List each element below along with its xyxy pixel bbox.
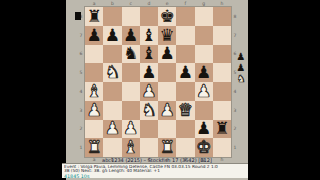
white-knight-b5: ♞ bbox=[105, 64, 120, 81]
square-h5[interactable] bbox=[213, 63, 231, 82]
square-a6[interactable] bbox=[85, 45, 103, 64]
rank-label-2: 2 bbox=[78, 120, 84, 139]
rank-label-7: 7 bbox=[232, 26, 238, 45]
file-label-h: h bbox=[213, 1, 231, 6]
square-d7[interactable]: ♝ bbox=[140, 26, 158, 45]
square-c7[interactable]: ♟ bbox=[122, 26, 140, 45]
white-queen-f3: ♛ bbox=[178, 101, 193, 118]
black-bishop-d7: ♝ bbox=[141, 26, 156, 43]
captured-pieces-tray: ♟♟♞ bbox=[235, 51, 247, 84]
file-label-d: d bbox=[140, 1, 158, 6]
square-d5[interactable]: ♟ bbox=[140, 63, 158, 82]
square-d6[interactable]: ♝ bbox=[140, 45, 158, 64]
captured-black-pawn-icon: ♟ bbox=[237, 51, 246, 62]
square-e8[interactable]: ♚ bbox=[158, 7, 176, 26]
square-e7[interactable]: ♛ bbox=[158, 26, 176, 45]
rank-labels-left: 87654321 bbox=[78, 7, 84, 157]
square-d2[interactable] bbox=[140, 120, 158, 139]
file-label-g: g bbox=[195, 1, 213, 6]
chess-board: ♜♚♟♟♟♝♛♞♝♟♞♟♟♟♝♟♟♟♞♟♛♟♟♟♜♜♝♜♚ bbox=[85, 7, 231, 157]
square-b6[interactable] bbox=[103, 45, 121, 64]
captured-black-pawn-icon: ♟ bbox=[237, 62, 246, 73]
rank-label-4: 4 bbox=[232, 82, 238, 101]
white-pawn-c2: ♟ bbox=[123, 120, 138, 137]
rank-label-3: 3 bbox=[78, 101, 84, 120]
rank-label-3: 3 bbox=[232, 101, 238, 120]
black-knight-c6: ♞ bbox=[123, 45, 138, 62]
square-c6[interactable]: ♞ bbox=[122, 45, 140, 64]
square-f1[interactable] bbox=[176, 138, 194, 157]
black-queen-e7: ♛ bbox=[160, 26, 175, 43]
rank-label-7: 7 bbox=[78, 26, 84, 45]
square-b5[interactable]: ♞ bbox=[103, 63, 121, 82]
square-a4[interactable]: ♝ bbox=[85, 82, 103, 101]
square-b7[interactable]: ♟ bbox=[103, 26, 121, 45]
square-b4[interactable] bbox=[103, 82, 121, 101]
white-rook-e1: ♜ bbox=[160, 139, 175, 156]
square-f7[interactable] bbox=[176, 26, 194, 45]
square-b2[interactable]: ♟ bbox=[103, 120, 121, 139]
black-pawn-g5: ♟ bbox=[196, 64, 211, 81]
square-g3[interactable] bbox=[195, 101, 213, 120]
square-a8[interactable]: ♜ bbox=[85, 7, 103, 26]
square-c2[interactable]: ♟ bbox=[122, 120, 140, 139]
game-info-box: Event : Volga Pavia, Lemming Defense, Ca… bbox=[62, 163, 248, 178]
file-label-c: c bbox=[122, 1, 140, 6]
file-label-f: f bbox=[176, 1, 194, 6]
black-pawn-g2: ♟ bbox=[196, 120, 211, 137]
square-c4[interactable] bbox=[122, 82, 140, 101]
white-rook-a1: ♜ bbox=[87, 139, 102, 156]
white-pawn-a3: ♟ bbox=[87, 101, 102, 118]
square-b8[interactable] bbox=[103, 7, 121, 26]
square-d1[interactable] bbox=[140, 138, 158, 157]
file-label-e: e bbox=[158, 1, 176, 6]
square-f4[interactable] bbox=[176, 82, 194, 101]
black-rook-h2: ♜ bbox=[214, 120, 229, 137]
white-pawn-g4: ♟ bbox=[196, 82, 211, 99]
video-frame: { "game": "chess", "position": { "fen": … bbox=[0, 0, 320, 180]
black-rook-a8: ♜ bbox=[87, 7, 102, 24]
square-g2[interactable]: ♟ bbox=[195, 120, 213, 139]
square-h1[interactable] bbox=[213, 138, 231, 157]
square-g1[interactable]: ♚ bbox=[195, 138, 213, 157]
square-e5[interactable] bbox=[158, 63, 176, 82]
square-e4[interactable] bbox=[158, 82, 176, 101]
square-h8[interactable] bbox=[213, 7, 231, 26]
black-pawn-c7: ♟ bbox=[123, 26, 138, 43]
white-knight-d3: ♞ bbox=[141, 101, 156, 118]
square-g5[interactable]: ♟ bbox=[195, 63, 213, 82]
square-a3[interactable]: ♟ bbox=[85, 101, 103, 120]
rank-label-1: 1 bbox=[232, 138, 238, 157]
square-g4[interactable]: ♟ bbox=[195, 82, 213, 101]
black-bishop-d6: ♝ bbox=[141, 45, 156, 62]
square-h4[interactable] bbox=[213, 82, 231, 101]
white-pawn-d4: ♟ bbox=[141, 82, 156, 99]
rank-label-8: 8 bbox=[232, 7, 238, 26]
captured-white-knight-icon: ♞ bbox=[237, 73, 246, 84]
square-f3[interactable]: ♛ bbox=[176, 101, 194, 120]
square-c8[interactable] bbox=[122, 7, 140, 26]
black-pawn-a7: ♟ bbox=[87, 26, 102, 43]
square-f8[interactable] bbox=[176, 7, 194, 26]
square-e6[interactable]: ♟ bbox=[158, 45, 176, 64]
rank-label-1: 1 bbox=[78, 138, 84, 157]
square-a1[interactable]: ♜ bbox=[85, 138, 103, 157]
white-king-g1: ♚ bbox=[196, 139, 211, 156]
square-a7[interactable]: ♟ bbox=[85, 26, 103, 45]
square-f5[interactable]: ♟ bbox=[176, 63, 194, 82]
square-e2[interactable] bbox=[158, 120, 176, 139]
square-e3[interactable]: ♟ bbox=[158, 101, 176, 120]
white-bishop-c1: ♝ bbox=[123, 139, 138, 156]
square-c5[interactable] bbox=[122, 63, 140, 82]
white-bishop-a4: ♝ bbox=[87, 82, 102, 99]
square-h2[interactable]: ♜ bbox=[213, 120, 231, 139]
white-pawn-e3: ♟ bbox=[160, 101, 175, 118]
square-g8[interactable] bbox=[195, 7, 213, 26]
square-g7[interactable] bbox=[195, 26, 213, 45]
black-pawn-f5: ♟ bbox=[178, 64, 193, 81]
rank-label-2: 2 bbox=[232, 120, 238, 139]
square-b3[interactable] bbox=[103, 101, 121, 120]
square-e1[interactable]: ♜ bbox=[158, 138, 176, 157]
black-pawn-d5: ♟ bbox=[141, 64, 156, 81]
file-label-a: a bbox=[85, 1, 103, 6]
square-h3[interactable] bbox=[213, 101, 231, 120]
square-d3[interactable]: ♞ bbox=[140, 101, 158, 120]
side-to-move-indicator bbox=[75, 12, 81, 20]
square-d8[interactable] bbox=[140, 7, 158, 26]
square-h7[interactable] bbox=[213, 26, 231, 45]
square-a2[interactable] bbox=[85, 120, 103, 139]
square-f2[interactable] bbox=[176, 120, 194, 139]
black-pawn-b7: ♟ bbox=[105, 26, 120, 43]
square-b1[interactable] bbox=[103, 138, 121, 157]
square-d4[interactable]: ♟ bbox=[140, 82, 158, 101]
square-h6[interactable] bbox=[213, 45, 231, 64]
square-a5[interactable] bbox=[85, 63, 103, 82]
black-king-e8: ♚ bbox=[160, 7, 175, 24]
file-labels-top: abcdefgh bbox=[85, 1, 231, 6]
rank-label-6: 6 bbox=[78, 45, 84, 64]
rank-label-5: 5 bbox=[78, 63, 84, 82]
rank-label-4: 4 bbox=[78, 82, 84, 101]
black-pawn-e6: ♟ bbox=[160, 45, 175, 62]
square-c1[interactable]: ♝ bbox=[122, 138, 140, 157]
white-pawn-b2: ♟ bbox=[105, 120, 120, 137]
square-c3[interactable] bbox=[122, 101, 140, 120]
watermark-text: 41845 10s bbox=[64, 174, 246, 179]
square-g6[interactable] bbox=[195, 45, 213, 64]
file-label-b: b bbox=[103, 1, 121, 6]
square-f6[interactable] bbox=[176, 45, 194, 64]
